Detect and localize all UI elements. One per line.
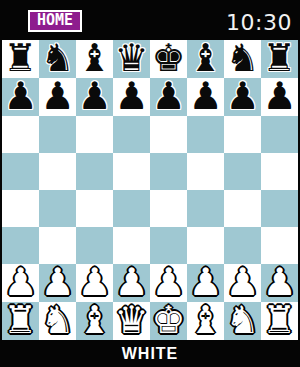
- square-h4[interactable]: [261, 190, 298, 227]
- status-bar: WHITE: [0, 340, 300, 367]
- square-c7[interactable]: ♟: [76, 78, 113, 116]
- square-f6[interactable]: [187, 116, 224, 153]
- square-d7[interactable]: ♟: [113, 78, 150, 116]
- square-g6[interactable]: [224, 116, 261, 153]
- square-g3[interactable]: [224, 227, 261, 264]
- square-d5[interactable]: [113, 153, 150, 190]
- black-pawn: ♟: [114, 77, 148, 115]
- square-a7[interactable]: ♟: [2, 78, 39, 116]
- square-c2[interactable]: ♟: [76, 264, 113, 302]
- square-d4[interactable]: [113, 190, 150, 227]
- square-e7[interactable]: ♟: [150, 78, 187, 116]
- white-rook: ♜: [3, 301, 37, 339]
- black-rook: ♜: [262, 39, 296, 77]
- square-h1[interactable]: ♜: [261, 302, 298, 340]
- white-pawn: ♟: [40, 263, 74, 301]
- square-d8[interactable]: ♛: [113, 40, 150, 78]
- black-king: ♚: [151, 39, 185, 77]
- black-pawn: ♟: [225, 77, 259, 115]
- white-pawn: ♟: [225, 263, 259, 301]
- square-e6[interactable]: [150, 116, 187, 153]
- square-f5[interactable]: [187, 153, 224, 190]
- square-e2[interactable]: ♟: [150, 264, 187, 302]
- white-pawn: ♟: [151, 263, 185, 301]
- square-a1[interactable]: ♜: [2, 302, 39, 340]
- black-pawn: ♟: [262, 77, 296, 115]
- square-g8[interactable]: ♞: [224, 40, 261, 78]
- square-a6[interactable]: [2, 116, 39, 153]
- black-bishop: ♝: [77, 39, 111, 77]
- top-bar: HOME 10:30: [0, 0, 300, 40]
- square-h6[interactable]: [261, 116, 298, 153]
- white-knight: ♞: [40, 301, 74, 339]
- black-rook: ♜: [3, 39, 37, 77]
- white-bishop: ♝: [188, 301, 222, 339]
- square-e8[interactable]: ♚: [150, 40, 187, 78]
- turn-indicator: WHITE: [122, 345, 179, 363]
- square-c8[interactable]: ♝: [76, 40, 113, 78]
- square-h2[interactable]: ♟: [261, 264, 298, 302]
- clock-time: 10:30: [226, 10, 292, 35]
- square-e5[interactable]: [150, 153, 187, 190]
- white-pawn: ♟: [188, 263, 222, 301]
- white-bishop: ♝: [77, 301, 111, 339]
- square-f7[interactable]: ♟: [187, 78, 224, 116]
- square-b3[interactable]: [39, 227, 76, 264]
- square-f1[interactable]: ♝: [187, 302, 224, 340]
- square-c4[interactable]: [76, 190, 113, 227]
- square-h7[interactable]: ♟: [261, 78, 298, 116]
- white-king: ♚: [151, 301, 185, 339]
- square-d2[interactable]: ♟: [113, 264, 150, 302]
- black-pawn: ♟: [151, 77, 185, 115]
- square-f2[interactable]: ♟: [187, 264, 224, 302]
- chess-board: ♜♞♝♛♚♝♞♜♟♟♟♟♟♟♟♟♟♟♟♟♟♟♟♟♜♞♝♛♚♝♞♜: [2, 40, 298, 340]
- white-rook: ♜: [262, 301, 296, 339]
- square-d3[interactable]: [113, 227, 150, 264]
- black-bishop: ♝: [188, 39, 222, 77]
- square-h8[interactable]: ♜: [261, 40, 298, 78]
- square-h3[interactable]: [261, 227, 298, 264]
- square-b7[interactable]: ♟: [39, 78, 76, 116]
- square-a2[interactable]: ♟: [2, 264, 39, 302]
- square-b5[interactable]: [39, 153, 76, 190]
- black-knight: ♞: [225, 39, 259, 77]
- square-e4[interactable]: [150, 190, 187, 227]
- square-e3[interactable]: [150, 227, 187, 264]
- black-knight: ♞: [40, 39, 74, 77]
- black-pawn: ♟: [188, 77, 222, 115]
- chess-app-screen: HOME 10:30 ♜♞♝♛♚♝♞♜♟♟♟♟♟♟♟♟♟♟♟♟♟♟♟♟♜♞♝♛♚…: [0, 0, 300, 367]
- white-pawn: ♟: [3, 263, 37, 301]
- square-c5[interactable]: [76, 153, 113, 190]
- home-button[interactable]: HOME: [28, 10, 82, 32]
- white-pawn: ♟: [114, 263, 148, 301]
- square-a8[interactable]: ♜: [2, 40, 39, 78]
- square-e1[interactable]: ♚: [150, 302, 187, 340]
- square-d6[interactable]: [113, 116, 150, 153]
- square-f3[interactable]: [187, 227, 224, 264]
- square-b6[interactable]: [39, 116, 76, 153]
- square-b2[interactable]: ♟: [39, 264, 76, 302]
- square-g4[interactable]: [224, 190, 261, 227]
- square-g5[interactable]: [224, 153, 261, 190]
- black-pawn: ♟: [3, 77, 37, 115]
- white-queen: ♛: [114, 301, 148, 339]
- square-f4[interactable]: [187, 190, 224, 227]
- square-g7[interactable]: ♟: [224, 78, 261, 116]
- white-pawn: ♟: [77, 263, 111, 301]
- square-a5[interactable]: [2, 153, 39, 190]
- square-g1[interactable]: ♞: [224, 302, 261, 340]
- black-queen: ♛: [114, 39, 148, 77]
- square-c6[interactable]: [76, 116, 113, 153]
- white-knight: ♞: [225, 301, 259, 339]
- black-pawn: ♟: [77, 77, 111, 115]
- square-d1[interactable]: ♛: [113, 302, 150, 340]
- square-b1[interactable]: ♞: [39, 302, 76, 340]
- board-frame: ♜♞♝♛♚♝♞♜♟♟♟♟♟♟♟♟♟♟♟♟♟♟♟♟♜♞♝♛♚♝♞♜: [0, 40, 300, 340]
- square-h5[interactable]: [261, 153, 298, 190]
- square-g2[interactable]: ♟: [224, 264, 261, 302]
- square-b4[interactable]: [39, 190, 76, 227]
- black-pawn: ♟: [40, 77, 74, 115]
- square-a3[interactable]: [2, 227, 39, 264]
- square-b8[interactable]: ♞: [39, 40, 76, 78]
- white-pawn: ♟: [262, 263, 296, 301]
- square-f8[interactable]: ♝: [187, 40, 224, 78]
- square-c1[interactable]: ♝: [76, 302, 113, 340]
- square-c3[interactable]: [76, 227, 113, 264]
- square-a4[interactable]: [2, 190, 39, 227]
